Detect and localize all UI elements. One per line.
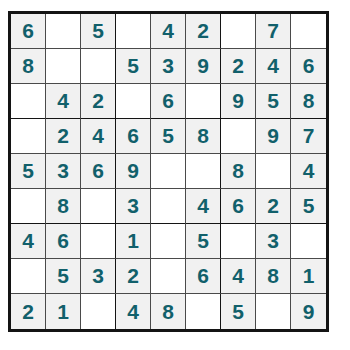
- cell-r3c3[interactable]: 2: [81, 84, 118, 121]
- cell-r4c5[interactable]: 5: [151, 119, 186, 154]
- cell-r5c3[interactable]: 6: [81, 154, 118, 189]
- cell-r4c9[interactable]: 7: [291, 119, 326, 154]
- cell-r7c3[interactable]: [81, 224, 118, 259]
- cell-r4c2[interactable]: 2: [46, 119, 81, 154]
- cell-r2c9[interactable]: 6: [291, 49, 326, 84]
- cell-r8c4[interactable]: 2: [116, 259, 151, 294]
- cell-r7c8[interactable]: 3: [256, 224, 291, 259]
- cell-r4c6[interactable]: 8: [186, 119, 223, 154]
- cell-r3c6[interactable]: [186, 84, 223, 121]
- cell-r5c8[interactable]: [256, 154, 291, 189]
- cell-r5c5[interactable]: [151, 154, 186, 189]
- cell-r6c4[interactable]: 3: [116, 189, 151, 226]
- cell-r1c4[interactable]: [116, 14, 151, 49]
- cell-r8c7[interactable]: 4: [221, 259, 256, 294]
- cell-r7c9[interactable]: [291, 224, 326, 259]
- cell-r2c5[interactable]: 3: [151, 49, 186, 84]
- cell-r2c4[interactable]: 5: [116, 49, 151, 84]
- cell-r2c2[interactable]: [46, 49, 81, 84]
- cell-r1c5[interactable]: 4: [151, 14, 186, 49]
- cell-r7c1[interactable]: 4: [11, 224, 46, 259]
- cell-r2c3[interactable]: [81, 49, 118, 84]
- cell-r6c2[interactable]: 8: [46, 189, 81, 226]
- cell-r3c4[interactable]: [116, 84, 151, 121]
- cell-r6c9[interactable]: 5: [291, 189, 326, 226]
- cell-r9c2[interactable]: 1: [46, 294, 81, 329]
- cell-r6c6[interactable]: 4: [186, 189, 223, 226]
- cell-r6c7[interactable]: 6: [221, 189, 256, 226]
- cell-r6c1[interactable]: [11, 189, 46, 226]
- cell-r8c5[interactable]: [151, 259, 186, 294]
- cell-r1c9[interactable]: [291, 14, 326, 49]
- cell-r8c6[interactable]: 6: [186, 259, 223, 294]
- cell-r6c3[interactable]: [81, 189, 118, 226]
- cell-r8c1[interactable]: [11, 259, 46, 294]
- cell-r2c6[interactable]: 9: [186, 49, 223, 84]
- cell-r4c7[interactable]: [221, 119, 256, 154]
- cell-r7c5[interactable]: [151, 224, 186, 259]
- cell-r9c1[interactable]: 2: [11, 294, 46, 329]
- cell-r4c4[interactable]: 6: [116, 119, 151, 154]
- cell-r2c7[interactable]: 2: [221, 49, 256, 84]
- cell-r5c7[interactable]: 8: [221, 154, 256, 189]
- cell-r1c6[interactable]: 2: [186, 14, 223, 49]
- cell-r9c3[interactable]: [81, 294, 118, 329]
- cell-r1c7[interactable]: [221, 14, 256, 49]
- cell-r4c3[interactable]: 4: [81, 119, 118, 154]
- cell-r6c8[interactable]: 2: [256, 189, 291, 226]
- cell-r4c1[interactable]: [11, 119, 46, 154]
- cell-r5c6[interactable]: [186, 154, 223, 189]
- cell-r9c4[interactable]: 4: [116, 294, 151, 329]
- cell-r2c8[interactable]: 4: [256, 49, 291, 84]
- cell-r3c5[interactable]: 6: [151, 84, 186, 121]
- cell-r8c8[interactable]: 8: [256, 259, 291, 294]
- cell-r6c5[interactable]: [151, 189, 186, 226]
- cell-r3c7[interactable]: 9: [221, 84, 256, 121]
- cell-r9c5[interactable]: 8: [151, 294, 186, 329]
- cell-r9c6[interactable]: [186, 294, 223, 329]
- cell-r1c3[interactable]: 5: [81, 14, 118, 49]
- cell-r9c8[interactable]: [256, 294, 291, 329]
- cell-r9c9[interactable]: 9: [291, 294, 326, 329]
- cell-r3c1[interactable]: [11, 84, 46, 121]
- cell-r7c7[interactable]: [221, 224, 256, 259]
- cell-r5c2[interactable]: 3: [46, 154, 81, 189]
- cell-r9c7[interactable]: 5: [221, 294, 256, 329]
- cell-r8c9[interactable]: 1: [291, 259, 326, 294]
- cell-r2c1[interactable]: 8: [11, 49, 46, 84]
- cell-r5c1[interactable]: 5: [11, 154, 46, 189]
- cell-r8c3[interactable]: 3: [81, 259, 118, 294]
- cell-r1c8[interactable]: 7: [256, 14, 291, 49]
- cell-r5c9[interactable]: 4: [291, 154, 326, 189]
- cell-r7c2[interactable]: 6: [46, 224, 81, 259]
- cell-r3c9[interactable]: 8: [291, 84, 326, 121]
- cell-r7c4[interactable]: 1: [116, 224, 151, 259]
- cell-r1c2[interactable]: [46, 14, 81, 49]
- cell-r3c8[interactable]: 5: [256, 84, 291, 121]
- cell-r3c2[interactable]: 4: [46, 84, 81, 121]
- cell-r7c6[interactable]: 5: [186, 224, 223, 259]
- sudoku-board: 6542785392464269582465897536984834625461…: [8, 11, 329, 332]
- cell-r8c2[interactable]: 5: [46, 259, 81, 294]
- cell-r4c8[interactable]: 9: [256, 119, 291, 154]
- cell-r1c1[interactable]: 6: [11, 14, 46, 49]
- cell-r5c4[interactable]: 9: [116, 154, 151, 189]
